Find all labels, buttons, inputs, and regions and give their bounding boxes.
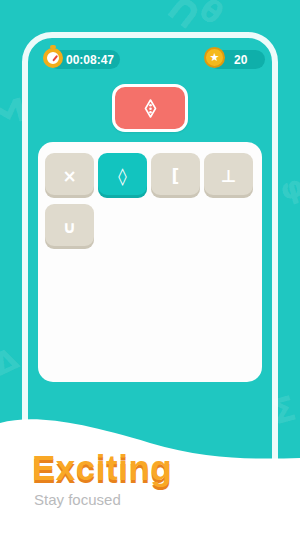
theta-watermark-icon: θ (193, 0, 230, 32)
page-subtitle: Stay focused (34, 491, 121, 508)
page-title: Exciting (32, 448, 172, 488)
target-symbol-card (112, 84, 188, 132)
symbol-tile-bracket[interactable]: [ (151, 153, 200, 198)
target-diamond-icon (144, 99, 157, 118)
symbol-board: × ◊ [ ⊥ ∪ (38, 142, 262, 382)
coin-count: 20 (234, 53, 247, 67)
star-icon: ★ (210, 52, 220, 63)
timer-value: 00:08:47 (66, 53, 114, 67)
symbol-tile-multiply[interactable]: × (45, 153, 94, 198)
phi-watermark-icon: φ (276, 168, 300, 208)
stopwatch-icon (42, 45, 64, 69)
coin-star-icon: ★ (204, 47, 225, 68)
symbol-tile-diamond[interactable]: ◊ (98, 153, 147, 198)
symbol-tile-union[interactable]: ∪ (45, 204, 94, 249)
triangle-watermark-icon: Δ (0, 341, 24, 383)
symbol-tile-uptack[interactable]: ⊥ (204, 153, 253, 198)
tile-grid: × ◊ [ ⊥ ∪ (38, 142, 262, 249)
